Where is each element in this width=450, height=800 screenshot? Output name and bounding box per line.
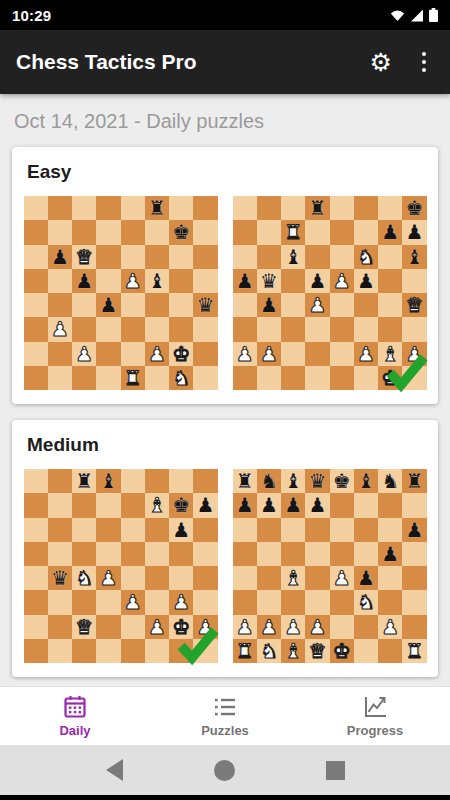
square-h6	[193, 245, 217, 269]
square-e3: ♟	[121, 590, 145, 614]
square-g6	[378, 245, 402, 269]
square-b6	[257, 518, 281, 542]
square-a6	[24, 245, 48, 269]
square-h7	[402, 493, 426, 517]
black-rook: ♜	[148, 198, 166, 218]
square-b2: ♟	[257, 615, 281, 639]
square-b5	[48, 542, 72, 566]
square-d7	[305, 220, 329, 244]
square-c3	[281, 317, 305, 341]
black-bishop: ♝	[284, 471, 302, 491]
square-c7	[72, 493, 96, 517]
square-b5: ♛	[257, 269, 281, 293]
puzzle-board-easy-2[interactable]: ♜♚♜♟♟♝♞♝♟♛♟♟♟♟♟♛♟♟♟♝♟♚	[233, 196, 427, 390]
square-h7: ♟	[193, 493, 217, 517]
tab-daily-label: Daily	[59, 723, 90, 738]
black-bishop: ♝	[284, 247, 302, 267]
square-b5	[257, 542, 281, 566]
square-g3	[169, 317, 193, 341]
square-e8	[121, 196, 145, 220]
white-pawn: ♟	[236, 344, 254, 364]
square-a1: ♜	[233, 639, 257, 663]
square-d2: ♟	[305, 615, 329, 639]
square-c8	[281, 196, 305, 220]
status-icons	[390, 8, 438, 22]
square-f1	[354, 366, 378, 390]
square-a4	[233, 293, 257, 317]
square-b8	[257, 196, 281, 220]
square-b4: ♛	[48, 566, 72, 590]
square-b6	[48, 518, 72, 542]
medium-boards-row: ♜♝♝♚♟♟♛♞♟♟♟♛♟♚♟ ♜♞♝♛♚♝♞♜♟♟♟♟♟♟♝♟♟♞♟♟♟♟♟♜…	[20, 469, 430, 663]
square-g7: ♚	[169, 220, 193, 244]
square-c4: ♞	[72, 566, 96, 590]
square-f5	[354, 542, 378, 566]
square-b1	[257, 366, 281, 390]
square-a8	[233, 196, 257, 220]
square-g5	[169, 269, 193, 293]
square-b4	[257, 566, 281, 590]
black-pawn: ♟	[99, 295, 117, 315]
square-b8	[48, 469, 72, 493]
puzzle-board-medium-2[interactable]: ♜♞♝♛♚♝♞♜♟♟♟♟♟♟♝♟♟♞♟♟♟♟♟♜♞♝♛♚♜	[233, 469, 427, 663]
square-c2: ♛	[72, 615, 96, 639]
black-king: ♚	[172, 495, 190, 515]
easy-boards-row: ♜♚♟♛♟♟♝♟♛♟♟♟♚♜♞ ♜♚♜♟♟♝♞♝♟♛♟♟♟♟♟♛♟♟♟♝♟♚	[20, 196, 430, 390]
square-f7	[145, 220, 169, 244]
square-g3: ♟	[169, 590, 193, 614]
white-pawn: ♟	[236, 617, 254, 637]
square-h6: ♝	[402, 245, 426, 269]
square-c2	[281, 342, 305, 366]
square-g6: ♟	[169, 518, 193, 542]
square-g3	[378, 590, 402, 614]
black-queen: ♛	[51, 568, 69, 588]
white-pawn: ♟	[148, 344, 166, 364]
black-bishop: ♝	[99, 471, 117, 491]
white-pawn: ♟	[333, 568, 351, 588]
square-e8	[121, 469, 145, 493]
square-d8: ♛	[305, 469, 329, 493]
square-f8: ♝	[354, 469, 378, 493]
square-e2	[121, 615, 145, 639]
section-title-medium: Medium	[27, 434, 430, 456]
square-e2	[121, 342, 145, 366]
square-h3	[193, 590, 217, 614]
bottom-tab-bar: Daily Puzzles Progress	[0, 686, 450, 745]
square-c4	[72, 293, 96, 317]
square-c6	[72, 518, 96, 542]
square-d7	[96, 220, 120, 244]
white-queen: ♛	[405, 295, 423, 315]
square-f7	[354, 220, 378, 244]
white-pawn: ♟	[260, 617, 278, 637]
black-pawn: ♟	[308, 495, 326, 515]
white-bishop: ♝	[284, 641, 302, 661]
square-a7	[24, 220, 48, 244]
square-f6	[354, 518, 378, 542]
black-pawn: ♟	[260, 495, 278, 515]
square-h5	[193, 542, 217, 566]
square-h3	[402, 317, 426, 341]
black-bishop: ♝	[357, 471, 375, 491]
cellular-icon	[410, 9, 424, 22]
square-a4	[24, 293, 48, 317]
square-b2: ♟	[257, 342, 281, 366]
square-c1	[72, 366, 96, 390]
square-e5	[330, 542, 354, 566]
square-d5	[96, 269, 120, 293]
square-e2	[330, 615, 354, 639]
black-pawn: ♟	[357, 271, 375, 291]
status-bar: 10:29	[0, 0, 450, 30]
square-a5: ♟	[233, 269, 257, 293]
square-d4	[305, 566, 329, 590]
square-a2: ♟	[233, 615, 257, 639]
white-king: ♚	[333, 641, 351, 661]
square-g6	[169, 245, 193, 269]
square-d1	[96, 366, 120, 390]
square-d2	[96, 342, 120, 366]
square-a5	[24, 269, 48, 293]
square-g4	[378, 566, 402, 590]
black-pawn: ♟	[196, 495, 214, 515]
square-g8	[378, 196, 402, 220]
square-h5	[402, 542, 426, 566]
square-e7	[330, 493, 354, 517]
white-queen: ♛	[308, 641, 326, 661]
square-h3	[402, 590, 426, 614]
white-pawn: ♟	[51, 319, 69, 339]
square-c3	[72, 590, 96, 614]
square-c8	[72, 196, 96, 220]
square-a5	[24, 542, 48, 566]
square-h6	[193, 518, 217, 542]
square-g4	[169, 293, 193, 317]
black-pawn: ♟	[236, 271, 254, 291]
black-pawn: ♟	[308, 271, 326, 291]
square-c2: ♟	[72, 342, 96, 366]
white-knight: ♞	[357, 247, 375, 267]
easy-section-card: Easy ♜♚♟♛♟♟♝♟♛♟♟♟♚♜♞ ♜♚♜♟♟♝♞♝♟♛♟♟♟♟♟♛♟♟♟…	[12, 147, 438, 404]
black-pawn: ♟	[405, 520, 423, 540]
date-header: Oct 14, 2021 - Daily puzzles	[0, 94, 450, 147]
back-icon[interactable]	[106, 759, 123, 781]
square-h8	[193, 469, 217, 493]
section-title-easy: Easy	[27, 161, 430, 183]
app-title: Chess Tactics Pro	[16, 50, 370, 74]
white-rook: ♜	[405, 641, 423, 661]
black-pawn: ♟	[357, 568, 375, 588]
home-icon[interactable]	[214, 760, 235, 781]
square-f6	[145, 245, 169, 269]
puzzle-board-easy-1[interactable]: ♜♚♟♛♟♟♝♟♛♟♟♟♚♜♞	[24, 196, 218, 390]
square-f3	[354, 317, 378, 341]
square-a3	[24, 590, 48, 614]
square-c1	[72, 639, 96, 663]
tab-daily[interactable]: Daily	[15, 694, 135, 738]
white-knight: ♞	[260, 641, 278, 661]
square-e5: ♟	[330, 269, 354, 293]
square-g4	[378, 293, 402, 317]
tab-puzzles[interactable]: Puzzles	[165, 694, 285, 738]
clock: 10:29	[12, 7, 51, 24]
square-a6	[233, 245, 257, 269]
black-pawn: ♟	[381, 222, 399, 242]
recents-icon[interactable]	[326, 761, 345, 780]
square-d3	[305, 590, 329, 614]
square-e1: ♚	[330, 639, 354, 663]
square-g8	[169, 469, 193, 493]
square-f4: ♟	[354, 566, 378, 590]
square-a6	[233, 518, 257, 542]
square-b8	[48, 196, 72, 220]
settings-gear-icon[interactable]: ⚙	[370, 50, 392, 75]
white-pawn: ♟	[260, 344, 278, 364]
square-b3	[257, 317, 281, 341]
square-b4	[48, 293, 72, 317]
square-a2	[24, 615, 48, 639]
square-e2	[330, 342, 354, 366]
square-d3	[305, 317, 329, 341]
white-pawn: ♟	[124, 592, 142, 612]
square-e3	[330, 590, 354, 614]
square-a8	[24, 469, 48, 493]
white-king: ♚	[172, 344, 190, 364]
white-knight: ♞	[172, 368, 190, 388]
black-rook: ♜	[75, 471, 93, 491]
square-c2: ♟	[281, 615, 305, 639]
square-f8	[354, 196, 378, 220]
white-pawn: ♟	[284, 617, 302, 637]
square-e1: ♜	[121, 366, 145, 390]
square-c1	[281, 366, 305, 390]
black-queen: ♛	[260, 271, 278, 291]
black-pawn: ♟	[381, 544, 399, 564]
tab-puzzles-label: Puzzles	[201, 723, 249, 738]
square-g7: ♚	[169, 493, 193, 517]
square-e4	[330, 293, 354, 317]
list-icon	[212, 694, 238, 720]
square-e4	[121, 566, 145, 590]
white-rook: ♜	[284, 222, 302, 242]
black-rook: ♜	[405, 471, 423, 491]
square-b4: ♟	[257, 293, 281, 317]
black-pawn: ♟	[236, 495, 254, 515]
square-d4: ♟	[305, 293, 329, 317]
calendar-icon	[62, 694, 88, 720]
white-queen: ♛	[75, 247, 93, 267]
square-c6: ♝	[281, 245, 305, 269]
square-e7	[121, 220, 145, 244]
square-h6: ♟	[402, 518, 426, 542]
square-e7	[121, 493, 145, 517]
black-rook: ♜	[236, 471, 254, 491]
square-f6: ♞	[354, 245, 378, 269]
white-pawn: ♟	[381, 617, 399, 637]
square-g3	[378, 317, 402, 341]
puzzle-board-medium-1[interactable]: ♜♝♝♚♟♟♛♞♟♟♟♛♟♚♟	[24, 469, 218, 663]
square-b7	[257, 220, 281, 244]
square-d1	[96, 639, 120, 663]
square-b1	[48, 639, 72, 663]
square-a8: ♜	[233, 469, 257, 493]
square-c8: ♝	[281, 469, 305, 493]
square-a7: ♟	[233, 493, 257, 517]
square-f4	[145, 566, 169, 590]
black-queen: ♛	[196, 295, 214, 315]
square-h7: ♟	[402, 220, 426, 244]
square-b3: ♟	[48, 317, 72, 341]
square-b6: ♟	[48, 245, 72, 269]
white-pawn: ♟	[148, 617, 166, 637]
square-a3	[24, 317, 48, 341]
square-h3	[193, 317, 217, 341]
square-d1	[305, 366, 329, 390]
square-f5: ♟	[354, 269, 378, 293]
square-h1: ♜	[402, 639, 426, 663]
square-b8: ♞	[257, 469, 281, 493]
bottom-bezel	[0, 795, 450, 800]
chart-icon	[362, 694, 388, 720]
square-f2: ♟	[145, 615, 169, 639]
square-a7	[233, 220, 257, 244]
square-g1	[378, 639, 402, 663]
square-d7: ♟	[305, 493, 329, 517]
black-pawn: ♟	[260, 295, 278, 315]
square-f7	[354, 493, 378, 517]
square-c7: ♟	[281, 493, 305, 517]
black-pawn: ♟	[75, 271, 93, 291]
square-d8: ♜	[305, 196, 329, 220]
tab-progress[interactable]: Progress	[315, 694, 435, 738]
square-g7	[378, 493, 402, 517]
black-queen: ♛	[308, 471, 326, 491]
square-e1	[330, 366, 354, 390]
square-f7: ♝	[145, 493, 169, 517]
white-queen: ♛	[75, 617, 93, 637]
square-e7	[330, 220, 354, 244]
black-rook: ♜	[308, 198, 326, 218]
square-h8: ♚	[402, 196, 426, 220]
square-c3	[281, 590, 305, 614]
square-a2: ♟	[233, 342, 257, 366]
square-g1: ♞	[169, 366, 193, 390]
square-g5	[169, 542, 193, 566]
square-d5: ♟	[305, 269, 329, 293]
square-d3	[96, 317, 120, 341]
square-f3: ♞	[354, 590, 378, 614]
square-e5	[121, 542, 145, 566]
white-pawn: ♟	[124, 271, 142, 291]
square-f5: ♝	[145, 269, 169, 293]
square-c8: ♜	[72, 469, 96, 493]
square-f8: ♜	[145, 196, 169, 220]
square-d3	[96, 590, 120, 614]
square-e4: ♟	[330, 566, 354, 590]
square-a6	[24, 518, 48, 542]
square-d6	[305, 518, 329, 542]
wifi-icon	[390, 9, 405, 22]
white-rook: ♜	[236, 641, 254, 661]
square-a8	[24, 196, 48, 220]
square-f2: ♟	[145, 342, 169, 366]
square-d5	[305, 542, 329, 566]
square-a4	[24, 566, 48, 590]
black-pawn: ♟	[51, 247, 69, 267]
square-b5	[48, 269, 72, 293]
square-f1	[354, 639, 378, 663]
square-g6	[378, 518, 402, 542]
black-pawn: ♟	[284, 495, 302, 515]
black-pawn: ♟	[172, 520, 190, 540]
square-h4: ♛	[402, 293, 426, 317]
square-e8	[330, 196, 354, 220]
square-a3	[233, 590, 257, 614]
square-b7: ♟	[257, 493, 281, 517]
square-f6	[145, 518, 169, 542]
square-h2	[193, 342, 217, 366]
android-nav-bar	[0, 745, 450, 795]
square-e5: ♟	[121, 269, 145, 293]
square-d5	[96, 542, 120, 566]
square-b7	[48, 493, 72, 517]
square-f5	[145, 542, 169, 566]
white-pawn: ♟	[357, 344, 375, 364]
square-g7: ♟	[378, 220, 402, 244]
square-f2: ♟	[354, 342, 378, 366]
square-a1	[233, 366, 257, 390]
medium-section-card: Medium ♜♝♝♚♟♟♛♞♟♟♟♛♟♚♟ ♜♞♝♛♚♝♞♜♟♟♟♟♟♟♝♟♟…	[12, 420, 438, 677]
white-pawn: ♟	[308, 295, 326, 315]
square-c4	[281, 293, 305, 317]
square-c5	[281, 269, 305, 293]
square-h2	[402, 615, 426, 639]
battery-icon	[429, 8, 438, 22]
square-f1	[145, 366, 169, 390]
overflow-menu-icon[interactable]	[414, 46, 434, 78]
square-e8: ♚	[330, 469, 354, 493]
square-f2	[354, 615, 378, 639]
square-f4	[145, 293, 169, 317]
square-f4	[354, 293, 378, 317]
black-pawn: ♟	[405, 222, 423, 242]
solved-check-icon	[174, 624, 222, 668]
square-g4	[169, 566, 193, 590]
square-e6	[330, 518, 354, 542]
square-c5	[72, 542, 96, 566]
square-g8: ♞	[378, 469, 402, 493]
square-a5	[233, 542, 257, 566]
square-g2: ♟	[378, 615, 402, 639]
white-pawn: ♟	[172, 592, 190, 612]
app-bar: Chess Tactics Pro ⚙	[0, 30, 450, 94]
white-pawn: ♟	[333, 271, 351, 291]
square-a1	[24, 366, 48, 390]
square-g5: ♟	[378, 542, 402, 566]
square-c5: ♟	[72, 269, 96, 293]
square-c7: ♜	[281, 220, 305, 244]
square-c1: ♝	[281, 639, 305, 663]
square-f1	[145, 639, 169, 663]
square-d6	[96, 245, 120, 269]
square-d7	[96, 493, 120, 517]
square-d6	[96, 518, 120, 542]
square-b7	[48, 220, 72, 244]
tab-progress-label: Progress	[347, 723, 403, 738]
square-a1	[24, 639, 48, 663]
square-d8: ♝	[96, 469, 120, 493]
